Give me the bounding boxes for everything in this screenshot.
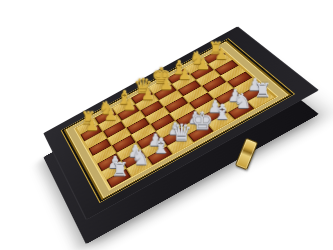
gold-pawn: ♟ xyxy=(159,77,173,92)
square-d1: ♛ xyxy=(168,135,193,153)
gold-pawn: ♟ xyxy=(122,98,136,113)
gold-pawn: ♟ xyxy=(196,57,210,72)
silver-rook: ♜ xyxy=(111,160,128,179)
photo-stage: ♜♞♝♛♚♝♞♜♟♟♟♟♟♟♟♟♟♟♟♟♟♟♟♟♜♞♝♛♚♝♞♜ xyxy=(0,0,333,250)
silver-knight: ♞ xyxy=(131,148,149,168)
silver-queen: ♛ xyxy=(170,122,191,145)
square-a1: ♜ xyxy=(107,169,131,188)
silver-bishop: ♝ xyxy=(212,101,231,122)
silver-king: ♚ xyxy=(190,109,212,133)
board-frame: ♜♞♝♛♚♝♞♜♟♟♟♟♟♟♟♟♟♟♟♟♟♟♟♟♜♞♝♛♚♝♞♜ xyxy=(64,40,292,200)
gold-pawn: ♟ xyxy=(140,88,154,103)
gold-pawn: ♟ xyxy=(214,47,228,62)
gold-pawn: ♟ xyxy=(85,118,99,133)
silver-knight: ♞ xyxy=(233,91,251,111)
chess-case-layer: ♜♞♝♛♚♝♞♜♟♟♟♟♟♟♟♟♟♟♟♟♟♟♟♟♜♞♝♛♚♝♞♜ xyxy=(48,0,291,235)
gold-pawn: ♟ xyxy=(177,67,191,82)
square-c1: ♝ xyxy=(147,147,172,165)
gold-pawn: ♟ xyxy=(103,108,117,123)
silver-bishop: ♝ xyxy=(151,135,170,156)
silver-rook: ♜ xyxy=(253,81,270,100)
square-b1: ♞ xyxy=(127,158,152,177)
chess-case: ♜♞♝♛♚♝♞♜♟♟♟♟♟♟♟♟♟♟♟♟♟♟♟♟♜♞♝♛♚♝♞♜ xyxy=(43,26,319,220)
